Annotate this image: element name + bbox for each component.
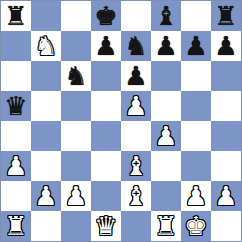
square-b7[interactable]: ♞ <box>31 31 61 61</box>
square-h2[interactable]: ♟ <box>211 181 241 211</box>
piece-white-bishop: ♝ <box>124 151 147 181</box>
square-a1[interactable]: ♜ <box>1 211 31 241</box>
piece-black-pawn: ♟ <box>184 31 207 61</box>
square-a2[interactable] <box>1 181 31 211</box>
piece-white-knight: ♞ <box>34 31 57 61</box>
square-f6[interactable] <box>151 61 181 91</box>
square-e5[interactable]: ♟ <box>121 91 151 121</box>
square-a3[interactable]: ♟ <box>1 151 31 181</box>
square-b6[interactable] <box>31 61 61 91</box>
square-c1[interactable] <box>61 211 91 241</box>
piece-white-rook: ♜ <box>4 211 27 241</box>
square-d2[interactable] <box>91 181 121 211</box>
square-d3[interactable] <box>91 151 121 181</box>
piece-white-king: ♚ <box>184 211 207 241</box>
square-f5[interactable] <box>151 91 181 121</box>
piece-black-pawn: ♟ <box>124 61 147 91</box>
piece-black-king: ♚ <box>94 1 117 31</box>
square-c4[interactable] <box>61 121 91 151</box>
square-f1[interactable]: ♜ <box>151 211 181 241</box>
square-g2[interactable]: ♟ <box>181 181 211 211</box>
square-d1[interactable]: ♛ <box>91 211 121 241</box>
piece-black-rook: ♜ <box>4 1 27 31</box>
piece-white-pawn: ♟ <box>4 151 27 181</box>
square-a8[interactable]: ♜ <box>1 1 31 31</box>
square-h4[interactable] <box>211 121 241 151</box>
square-e3[interactable]: ♝ <box>121 151 151 181</box>
piece-white-pawn: ♟ <box>124 91 147 121</box>
square-g8[interactable] <box>181 1 211 31</box>
square-d4[interactable] <box>91 121 121 151</box>
square-e6[interactable]: ♟ <box>121 61 151 91</box>
piece-white-queen: ♛ <box>94 211 117 241</box>
square-b1[interactable] <box>31 211 61 241</box>
piece-white-pawn: ♟ <box>184 181 207 211</box>
square-d7[interactable]: ♟ <box>91 31 121 61</box>
square-c7[interactable] <box>61 31 91 61</box>
piece-white-pawn: ♟ <box>64 181 87 211</box>
piece-white-pawn: ♟ <box>34 181 57 211</box>
square-h5[interactable] <box>211 91 241 121</box>
piece-black-queen: ♛ <box>4 91 27 121</box>
piece-black-pawn: ♟ <box>154 31 177 61</box>
square-f7[interactable]: ♟ <box>151 31 181 61</box>
square-d5[interactable] <box>91 91 121 121</box>
square-c6[interactable]: ♞ <box>61 61 91 91</box>
chess-board: ♜♚♝♜♞♟♞♟♟♟♞♟♛♟♟♟♝♟♟♝♟♟♜♛♜♚ <box>0 0 242 242</box>
square-b4[interactable] <box>31 121 61 151</box>
square-b2[interactable]: ♟ <box>31 181 61 211</box>
piece-black-pawn: ♟ <box>214 31 237 61</box>
square-e1[interactable] <box>121 211 151 241</box>
square-g3[interactable] <box>181 151 211 181</box>
square-a4[interactable] <box>1 121 31 151</box>
square-h1[interactable] <box>211 211 241 241</box>
square-g5[interactable] <box>181 91 211 121</box>
square-g7[interactable]: ♟ <box>181 31 211 61</box>
square-h7[interactable]: ♟ <box>211 31 241 61</box>
square-h8[interactable]: ♜ <box>211 1 241 31</box>
square-a7[interactable] <box>1 31 31 61</box>
square-c8[interactable] <box>61 1 91 31</box>
square-c3[interactable] <box>61 151 91 181</box>
piece-black-pawn: ♟ <box>94 31 117 61</box>
piece-black-knight: ♞ <box>124 31 147 61</box>
piece-white-pawn: ♟ <box>154 121 177 151</box>
square-c2[interactable]: ♟ <box>61 181 91 211</box>
square-b8[interactable] <box>31 1 61 31</box>
square-f8[interactable]: ♝ <box>151 1 181 31</box>
square-e7[interactable]: ♞ <box>121 31 151 61</box>
square-a6[interactable] <box>1 61 31 91</box>
square-g6[interactable] <box>181 61 211 91</box>
square-g1[interactable]: ♚ <box>181 211 211 241</box>
square-e4[interactable] <box>121 121 151 151</box>
square-b3[interactable] <box>31 151 61 181</box>
square-h3[interactable] <box>211 151 241 181</box>
square-e8[interactable] <box>121 1 151 31</box>
square-d8[interactable]: ♚ <box>91 1 121 31</box>
piece-white-rook: ♜ <box>154 211 177 241</box>
piece-white-bishop: ♝ <box>124 181 147 211</box>
square-f4[interactable]: ♟ <box>151 121 181 151</box>
square-d6[interactable] <box>91 61 121 91</box>
piece-white-pawn: ♟ <box>214 181 237 211</box>
square-c5[interactable] <box>61 91 91 121</box>
square-f2[interactable] <box>151 181 181 211</box>
square-b5[interactable] <box>31 91 61 121</box>
square-a5[interactable]: ♛ <box>1 91 31 121</box>
square-g4[interactable] <box>181 121 211 151</box>
square-h6[interactable] <box>211 61 241 91</box>
piece-black-bishop: ♝ <box>154 1 177 31</box>
piece-black-knight: ♞ <box>64 61 87 91</box>
square-e2[interactable]: ♝ <box>121 181 151 211</box>
piece-black-rook: ♜ <box>214 1 237 31</box>
square-f3[interactable] <box>151 151 181 181</box>
